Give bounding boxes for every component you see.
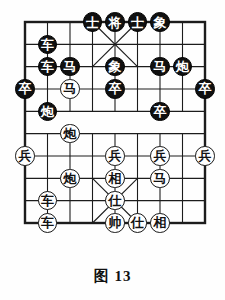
piece-red-soldier: 兵 (105, 146, 125, 166)
piece-black-horse: 马 (150, 57, 170, 77)
piece-red-advisor: 仕 (105, 191, 125, 211)
piece-black-cannon: 炮 (38, 102, 58, 122)
piece-black-soldier: 卒 (105, 79, 125, 99)
piece-black-chariot: 车 (38, 57, 58, 77)
piece-red-cannon: 炮 (60, 169, 80, 189)
piece-red-horse: 马 (60, 79, 80, 99)
xiangqi-board: 士将士象车车马象马炮卒卒卒炮卒马炮兵兵兵兵炮相马车仕车帅仕相 (14, 11, 217, 234)
figure-caption: 图 13 (0, 267, 225, 286)
piece-red-soldier: 兵 (15, 146, 35, 166)
piece-red-general: 帅 (105, 213, 125, 233)
piece-black-soldier: 卒 (150, 102, 170, 122)
piece-red-elephant: 相 (150, 213, 170, 233)
scanned-book-page: 士将士象车车马象马炮卒卒卒炮卒马炮兵兵兵兵炮相马车仕车帅仕相 图 13 (0, 0, 225, 300)
piece-black-elephant: 象 (150, 12, 170, 32)
piece-black-cannon: 炮 (173, 57, 193, 77)
piece-black-horse: 马 (60, 57, 80, 77)
piece-red-advisor: 仕 (128, 213, 148, 233)
piece-red-elephant: 相 (105, 169, 125, 189)
piece-red-soldier: 兵 (150, 146, 170, 166)
piece-black-advisor: 士 (128, 12, 148, 32)
piece-red-chariot: 车 (38, 213, 58, 233)
piece-black-general: 将 (105, 12, 125, 32)
piece-red-horse: 马 (150, 169, 170, 189)
piece-red-cannon: 炮 (60, 124, 80, 144)
piece-red-chariot: 车 (38, 191, 58, 211)
piece-black-advisor: 士 (83, 12, 103, 32)
piece-black-elephant: 象 (105, 57, 125, 77)
piece-black-chariot: 车 (38, 35, 58, 55)
piece-black-soldier: 卒 (195, 79, 215, 99)
piece-black-soldier: 卒 (15, 79, 35, 99)
piece-red-soldier: 兵 (195, 146, 215, 166)
